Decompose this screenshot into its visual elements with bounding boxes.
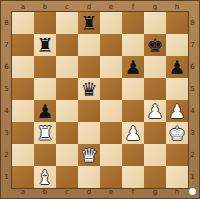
square-d7[interactable] <box>78 34 100 56</box>
square-a6[interactable] <box>12 56 34 78</box>
piece-white-queen[interactable]: ♛ <box>80 144 97 166</box>
square-g6[interactable] <box>144 56 166 78</box>
rank-label-8: 8 <box>1 12 12 34</box>
square-h3[interactable]: ♚ <box>166 122 188 144</box>
file-label-a: a <box>12 1 34 12</box>
piece-black-rook[interactable]: ♜ <box>80 12 97 34</box>
square-h5[interactable] <box>166 78 188 100</box>
square-h7[interactable] <box>166 34 188 56</box>
file-labels-top: abcdefgh <box>12 1 188 12</box>
square-d2[interactable]: ♛ <box>78 144 100 166</box>
square-g2[interactable] <box>144 144 166 166</box>
square-e7[interactable] <box>100 34 122 56</box>
square-c7[interactable] <box>56 34 78 56</box>
square-h6[interactable]: ♟ <box>166 56 188 78</box>
file-label-e: e <box>100 1 122 12</box>
square-c3[interactable] <box>56 122 78 144</box>
file-label-c: c <box>56 1 78 12</box>
square-b1[interactable]: ♝ <box>34 166 56 188</box>
white-to-move-indicator <box>189 188 196 195</box>
square-h2[interactable] <box>166 144 188 166</box>
rank-label-2: 2 <box>1 144 12 166</box>
square-d3[interactable] <box>78 122 100 144</box>
square-h8[interactable] <box>166 12 188 34</box>
square-a4[interactable] <box>12 100 34 122</box>
rank-labels-left: 87654321 <box>1 12 12 188</box>
square-f3[interactable]: ♟ <box>122 122 144 144</box>
rank-label-6: 6 <box>1 56 12 78</box>
piece-white-pawn[interactable]: ♟ <box>168 100 185 122</box>
square-h4[interactable]: ♟ <box>166 100 188 122</box>
square-e5[interactable] <box>100 78 122 100</box>
square-g5[interactable] <box>144 78 166 100</box>
square-d5[interactable]: ♛ <box>78 78 100 100</box>
square-e6[interactable] <box>100 56 122 78</box>
square-d8[interactable]: ♜ <box>78 12 100 34</box>
square-b3[interactable]: ♜ <box>34 122 56 144</box>
square-c1[interactable] <box>56 166 78 188</box>
chess-board: ♜♜♚♟♟♛♟♟♟♜♟♚♛♝ <box>12 12 188 188</box>
rank-label-5: 5 <box>1 78 12 100</box>
piece-black-queen[interactable]: ♛ <box>80 78 97 100</box>
square-h1[interactable] <box>166 166 188 188</box>
square-b6[interactable] <box>34 56 56 78</box>
piece-white-pawn[interactable]: ♟ <box>124 122 141 144</box>
rank-label-3: 3 <box>1 122 12 144</box>
piece-black-pawn[interactable]: ♟ <box>124 56 141 78</box>
square-b7[interactable]: ♜ <box>34 34 56 56</box>
square-c8[interactable] <box>56 12 78 34</box>
piece-white-bishop[interactable]: ♝ <box>36 166 53 188</box>
chess-board-frame: abcdefgh abcdefgh 87654321 87654321 ♜♜♚♟… <box>0 0 200 199</box>
square-g4[interactable]: ♟ <box>144 100 166 122</box>
square-f7[interactable] <box>122 34 144 56</box>
square-b8[interactable] <box>34 12 56 34</box>
square-d6[interactable] <box>78 56 100 78</box>
square-e4[interactable] <box>100 100 122 122</box>
square-f8[interactable] <box>122 12 144 34</box>
square-g7[interactable]: ♚ <box>144 34 166 56</box>
rank-label-4: 4 <box>1 100 12 122</box>
rank-label-7: 7 <box>1 34 12 56</box>
piece-black-king[interactable]: ♚ <box>146 34 163 56</box>
square-e2[interactable] <box>100 144 122 166</box>
file-label-d: d <box>78 1 100 12</box>
square-a7[interactable] <box>12 34 34 56</box>
square-f4[interactable] <box>122 100 144 122</box>
square-g8[interactable] <box>144 12 166 34</box>
square-a1[interactable] <box>12 166 34 188</box>
square-c2[interactable] <box>56 144 78 166</box>
file-label-h: h <box>166 1 188 12</box>
square-e8[interactable] <box>100 12 122 34</box>
rank-label-1: 1 <box>1 166 12 188</box>
square-d1[interactable] <box>78 166 100 188</box>
square-b5[interactable] <box>34 78 56 100</box>
square-b4[interactable]: ♟ <box>34 100 56 122</box>
square-f2[interactable] <box>122 144 144 166</box>
square-c5[interactable] <box>56 78 78 100</box>
square-e3[interactable] <box>100 122 122 144</box>
square-d4[interactable] <box>78 100 100 122</box>
file-label-f: f <box>122 1 144 12</box>
square-f1[interactable] <box>122 166 144 188</box>
square-a5[interactable] <box>12 78 34 100</box>
square-a3[interactable] <box>12 122 34 144</box>
square-e1[interactable] <box>100 166 122 188</box>
piece-white-pawn[interactable]: ♟ <box>146 100 163 122</box>
square-g3[interactable] <box>144 122 166 144</box>
piece-black-pawn[interactable]: ♟ <box>168 56 185 78</box>
square-g1[interactable] <box>144 166 166 188</box>
file-label-g: g <box>144 1 166 12</box>
piece-white-rook[interactable]: ♜ <box>36 122 53 144</box>
square-c6[interactable] <box>56 56 78 78</box>
square-b2[interactable] <box>34 144 56 166</box>
square-a2[interactable] <box>12 144 34 166</box>
square-c4[interactable] <box>56 100 78 122</box>
square-f5[interactable] <box>122 78 144 100</box>
square-a8[interactable] <box>12 12 34 34</box>
piece-black-pawn[interactable]: ♟ <box>36 100 53 122</box>
piece-black-rook[interactable]: ♜ <box>36 34 53 56</box>
file-label-b: b <box>34 1 56 12</box>
piece-white-king[interactable]: ♚ <box>168 122 185 144</box>
square-f6[interactable]: ♟ <box>122 56 144 78</box>
